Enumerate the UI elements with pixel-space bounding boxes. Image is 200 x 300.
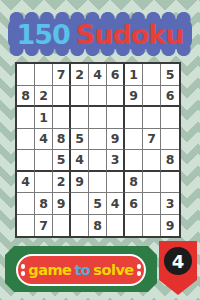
sudoku-cell: 5 [89,193,107,215]
sudoku-cell [17,150,35,172]
sudoku-cell [17,215,35,237]
sudoku-cell: 8 [17,86,35,108]
sudoku-cell: 4 [35,129,53,151]
sudoku-cell [71,215,89,237]
sudoku-cell: 8 [35,193,53,215]
tagline-word-to: to [74,262,90,278]
sudoku-cell: 4 [17,172,35,194]
sudoku-cell [125,129,143,151]
sudoku-cell: 9 [71,172,89,194]
sudoku-cell: 3 [161,193,179,215]
dots-ornament-left [21,264,26,276]
sudoku-cell: 4 [107,193,125,215]
sudoku-cell [125,150,143,172]
sudoku-cell [35,64,53,86]
sudoku-cell: 7 [143,129,161,151]
sudoku-cell: 8 [53,129,71,151]
sudoku-cell [89,86,107,108]
sudoku-cell: 7 [53,64,71,86]
page-title: 150 Sudoku [8,12,192,56]
sudoku-cell [143,215,161,237]
sudoku-cell [35,150,53,172]
sudoku-cell: 5 [161,64,179,86]
tagline-word-game: game [28,262,71,278]
sudoku-cell [107,107,125,129]
sudoku-cell [71,193,89,215]
tagline-pill: game to solve [16,254,146,286]
sudoku-cell [71,86,89,108]
sudoku-cell: 9 [107,129,125,151]
sudoku-cell: 2 [35,86,53,108]
sudoku-cell: 1 [35,107,53,129]
sudoku-cell [143,150,161,172]
sudoku-cell: 5 [71,129,89,151]
sudoku-cell: 6 [161,86,179,108]
sudoku-cell [17,129,35,151]
sudoku-cell [17,107,35,129]
sudoku-cell [89,150,107,172]
tagline-banner: game to solve [5,246,157,292]
sudoku-cell [17,64,35,86]
sudoku-cell [53,215,71,237]
sudoku-cell: 1 [125,64,143,86]
sudoku-cell [35,172,53,194]
sudoku-cell [71,107,89,129]
sudoku-cell [143,193,161,215]
sudoku-cell: 5 [53,150,71,172]
title-word: Sudoku [76,19,184,50]
sudoku-cell [161,107,179,129]
sudoku-cell: 4 [89,64,107,86]
sudoku-cell: 9 [161,215,179,237]
tagline-word-solve: solve [93,262,133,278]
sudoku-cell: 9 [53,193,71,215]
sudoku-cell: 7 [35,215,53,237]
sudoku-cell [143,172,161,194]
sudoku-cell [161,172,179,194]
sudoku-cell [89,107,107,129]
sudoku-cell [161,129,179,151]
volume-number: 4 [172,251,185,272]
sudoku-cell [107,172,125,194]
sudoku-cell [89,129,107,151]
sudoku-cell [125,215,143,237]
sudoku-cell [143,86,161,108]
sudoku-cell: 2 [71,64,89,86]
dots-ornament-right [137,264,142,276]
sudoku-cell [143,107,161,129]
sudoku-grid: 724615829614859754384298895463789 [15,62,181,238]
sudoku-cell [143,64,161,86]
sudoku-cell: 4 [71,150,89,172]
sudoku-cell [17,193,35,215]
sudoku-cell [89,172,107,194]
book-cover: 150 Sudoku 72461582961485975438429889546… [0,0,200,300]
sudoku-cell [107,215,125,237]
sudoku-cell: 8 [125,172,143,194]
sudoku-cell [53,86,71,108]
sudoku-cell: 6 [125,193,143,215]
sudoku-cell: 3 [107,150,125,172]
sudoku-cell: 8 [161,150,179,172]
badge-circle: 4 [164,247,192,275]
sudoku-cell: 8 [89,215,107,237]
volume-badge: 4 [159,241,197,295]
sudoku-cell [107,86,125,108]
sudoku-cell: 9 [125,86,143,108]
sudoku-cell [125,107,143,129]
sudoku-cell [53,107,71,129]
sudoku-cell: 6 [107,64,125,86]
title-number: 150 [16,19,69,50]
sudoku-cell: 2 [53,172,71,194]
